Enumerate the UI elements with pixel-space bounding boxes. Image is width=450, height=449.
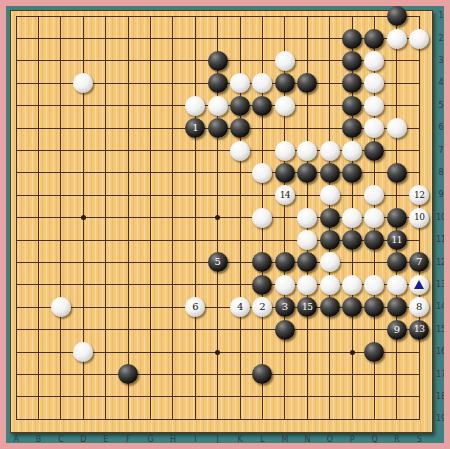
intersection-B4[interactable] — [27, 72, 49, 94]
intersection-D17[interactable] — [72, 363, 94, 385]
intersection-G2[interactable] — [139, 27, 161, 49]
intersection-I16[interactable] — [184, 341, 206, 363]
intersection-L4[interactable] — [251, 72, 273, 94]
intersection-E5[interactable] — [95, 95, 117, 117]
intersection-A9[interactable] — [5, 184, 27, 206]
intersection-B8[interactable] — [27, 162, 49, 184]
intersection-R2[interactable] — [386, 27, 408, 49]
intersection-C2[interactable] — [50, 27, 72, 49]
intersection-L1[interactable] — [251, 5, 273, 27]
intersection-S19[interactable] — [408, 408, 430, 430]
intersection-M2[interactable] — [274, 27, 296, 49]
intersection-O2[interactable] — [318, 27, 340, 49]
intersection-N12[interactable] — [296, 251, 318, 273]
intersection-G4[interactable] — [139, 72, 161, 94]
intersection-B1[interactable] — [27, 5, 49, 27]
intersection-R4[interactable] — [386, 72, 408, 94]
intersection-K5[interactable] — [229, 95, 251, 117]
intersection-O4[interactable] — [318, 72, 340, 94]
intersection-B5[interactable] — [27, 95, 49, 117]
intersection-A15[interactable] — [5, 318, 27, 340]
intersection-H10[interactable] — [162, 207, 184, 229]
intersection-S7[interactable] — [408, 139, 430, 161]
intersection-I15[interactable] — [184, 318, 206, 340]
intersection-K16[interactable] — [229, 341, 251, 363]
intersection-E1[interactable] — [95, 5, 117, 27]
intersection-R7[interactable] — [386, 139, 408, 161]
intersection-E13[interactable] — [95, 274, 117, 296]
intersection-J10[interactable] — [207, 207, 229, 229]
intersection-P9[interactable] — [341, 184, 363, 206]
intersection-A8[interactable] — [5, 162, 27, 184]
intersection-Q10[interactable] — [363, 207, 385, 229]
intersection-A13[interactable] — [5, 274, 27, 296]
intersection-G3[interactable] — [139, 50, 161, 72]
intersection-O11[interactable] — [318, 229, 340, 251]
intersection-D3[interactable] — [72, 50, 94, 72]
intersection-G9[interactable] — [139, 184, 161, 206]
intersection-P8[interactable] — [341, 162, 363, 184]
intersection-E17[interactable] — [95, 363, 117, 385]
intersection-K13[interactable] — [229, 274, 251, 296]
intersection-H11[interactable] — [162, 229, 184, 251]
intersection-D11[interactable] — [72, 229, 94, 251]
intersection-B14[interactable] — [27, 296, 49, 318]
intersection-N1[interactable] — [296, 5, 318, 27]
intersection-M5[interactable] — [274, 95, 296, 117]
intersection-G5[interactable] — [139, 95, 161, 117]
intersection-I17[interactable] — [184, 363, 206, 385]
intersection-P15[interactable] — [341, 318, 363, 340]
intersection-L5[interactable] — [251, 95, 273, 117]
intersection-B11[interactable] — [27, 229, 49, 251]
intersection-I14[interactable]: 6 — [184, 296, 206, 318]
intersection-P16[interactable] — [341, 341, 363, 363]
intersection-F13[interactable] — [117, 274, 139, 296]
intersection-K11[interactable] — [229, 229, 251, 251]
intersection-L17[interactable] — [251, 363, 273, 385]
intersection-J16[interactable] — [207, 341, 229, 363]
intersection-H13[interactable] — [162, 274, 184, 296]
intersection-O7[interactable] — [318, 139, 340, 161]
intersection-I6[interactable]: 1 — [184, 117, 206, 139]
intersection-I18[interactable] — [184, 386, 206, 408]
intersection-C3[interactable] — [50, 50, 72, 72]
intersection-Q1[interactable] — [363, 5, 385, 27]
intersection-I2[interactable] — [184, 27, 206, 49]
intersection-I5[interactable] — [184, 95, 206, 117]
intersection-I12[interactable] — [184, 251, 206, 273]
intersection-D10[interactable] — [72, 207, 94, 229]
intersection-O15[interactable] — [318, 318, 340, 340]
intersection-S1[interactable] — [408, 5, 430, 27]
intersection-R17[interactable] — [386, 363, 408, 385]
intersection-C17[interactable] — [50, 363, 72, 385]
intersection-M13[interactable] — [274, 274, 296, 296]
intersection-K15[interactable] — [229, 318, 251, 340]
intersection-D7[interactable] — [72, 139, 94, 161]
intersection-Q11[interactable] — [363, 229, 385, 251]
intersection-A7[interactable] — [5, 139, 27, 161]
intersection-J12[interactable]: 5 — [207, 251, 229, 273]
intersection-A17[interactable] — [5, 363, 27, 385]
intersection-K9[interactable] — [229, 184, 251, 206]
intersection-E14[interactable] — [95, 296, 117, 318]
intersection-Q18[interactable] — [363, 386, 385, 408]
intersection-L7[interactable] — [251, 139, 273, 161]
intersection-M16[interactable] — [274, 341, 296, 363]
intersection-F11[interactable] — [117, 229, 139, 251]
intersection-A5[interactable] — [5, 95, 27, 117]
intersection-L3[interactable] — [251, 50, 273, 72]
intersection-F1[interactable] — [117, 5, 139, 27]
intersection-A18[interactable] — [5, 386, 27, 408]
intersection-Q6[interactable] — [363, 117, 385, 139]
intersection-C11[interactable] — [50, 229, 72, 251]
intersection-I10[interactable] — [184, 207, 206, 229]
intersection-Q15[interactable] — [363, 318, 385, 340]
intersection-Q4[interactable] — [363, 72, 385, 94]
intersection-C8[interactable] — [50, 162, 72, 184]
intersection-J6[interactable] — [207, 117, 229, 139]
intersection-H1[interactable] — [162, 5, 184, 27]
intersection-G1[interactable] — [139, 5, 161, 27]
intersection-B3[interactable] — [27, 50, 49, 72]
intersection-D14[interactable] — [72, 296, 94, 318]
intersection-A12[interactable] — [5, 251, 27, 273]
intersection-K7[interactable] — [229, 139, 251, 161]
intersection-G14[interactable] — [139, 296, 161, 318]
intersection-I9[interactable] — [184, 184, 206, 206]
intersection-B16[interactable] — [27, 341, 49, 363]
intersection-L10[interactable] — [251, 207, 273, 229]
intersection-F8[interactable] — [117, 162, 139, 184]
intersection-M7[interactable] — [274, 139, 296, 161]
intersection-D9[interactable] — [72, 184, 94, 206]
intersection-O19[interactable] — [318, 408, 340, 430]
intersection-E3[interactable] — [95, 50, 117, 72]
intersection-R10[interactable] — [386, 207, 408, 229]
intersection-C9[interactable] — [50, 184, 72, 206]
intersection-S4[interactable] — [408, 72, 430, 94]
intersection-N2[interactable] — [296, 27, 318, 49]
intersection-P14[interactable] — [341, 296, 363, 318]
intersection-N14[interactable]: 15 — [296, 296, 318, 318]
intersection-B13[interactable] — [27, 274, 49, 296]
intersection-F15[interactable] — [117, 318, 139, 340]
intersection-J11[interactable] — [207, 229, 229, 251]
intersection-M17[interactable] — [274, 363, 296, 385]
intersection-J17[interactable] — [207, 363, 229, 385]
intersection-Q5[interactable] — [363, 95, 385, 117]
intersection-N7[interactable] — [296, 139, 318, 161]
intersection-O18[interactable] — [318, 386, 340, 408]
intersection-H7[interactable] — [162, 139, 184, 161]
intersection-G8[interactable] — [139, 162, 161, 184]
intersection-Q17[interactable] — [363, 363, 385, 385]
intersection-F19[interactable] — [117, 408, 139, 430]
intersection-L14[interactable]: 2 — [251, 296, 273, 318]
intersection-A2[interactable] — [5, 27, 27, 49]
intersection-R3[interactable] — [386, 50, 408, 72]
intersection-G12[interactable] — [139, 251, 161, 273]
intersection-M8[interactable] — [274, 162, 296, 184]
intersection-E9[interactable] — [95, 184, 117, 206]
intersection-L16[interactable] — [251, 341, 273, 363]
intersection-J9[interactable] — [207, 184, 229, 206]
intersection-Q19[interactable] — [363, 408, 385, 430]
intersection-P10[interactable] — [341, 207, 363, 229]
intersection-H19[interactable] — [162, 408, 184, 430]
intersection-A14[interactable] — [5, 296, 27, 318]
intersection-P17[interactable] — [341, 363, 363, 385]
intersection-K2[interactable] — [229, 27, 251, 49]
intersection-Q7[interactable] — [363, 139, 385, 161]
intersection-H5[interactable] — [162, 95, 184, 117]
intersection-L12[interactable] — [251, 251, 273, 273]
intersection-S8[interactable] — [408, 162, 430, 184]
intersection-J19[interactable] — [207, 408, 229, 430]
intersection-I13[interactable] — [184, 274, 206, 296]
intersection-L8[interactable] — [251, 162, 273, 184]
intersection-E16[interactable] — [95, 341, 117, 363]
intersection-A4[interactable] — [5, 72, 27, 94]
intersection-H2[interactable] — [162, 27, 184, 49]
intersection-S12[interactable]: 7 — [408, 251, 430, 273]
intersection-F4[interactable] — [117, 72, 139, 94]
intersection-R19[interactable] — [386, 408, 408, 430]
intersection-Q14[interactable] — [363, 296, 385, 318]
intersection-N11[interactable] — [296, 229, 318, 251]
intersection-K12[interactable] — [229, 251, 251, 273]
intersection-Q16[interactable] — [363, 341, 385, 363]
intersection-N15[interactable] — [296, 318, 318, 340]
intersection-Q13[interactable] — [363, 274, 385, 296]
intersection-I11[interactable] — [184, 229, 206, 251]
intersection-S14[interactable]: 8 — [408, 296, 430, 318]
intersection-N5[interactable] — [296, 95, 318, 117]
intersection-L18[interactable] — [251, 386, 273, 408]
intersection-P1[interactable] — [341, 5, 363, 27]
intersection-E7[interactable] — [95, 139, 117, 161]
intersection-N4[interactable] — [296, 72, 318, 94]
intersection-H6[interactable] — [162, 117, 184, 139]
intersection-O12[interactable] — [318, 251, 340, 273]
intersection-K1[interactable] — [229, 5, 251, 27]
intersection-D5[interactable] — [72, 95, 94, 117]
intersection-C10[interactable] — [50, 207, 72, 229]
intersection-O10[interactable] — [318, 207, 340, 229]
intersection-I3[interactable] — [184, 50, 206, 72]
intersection-P4[interactable] — [341, 72, 363, 94]
intersection-D13[interactable] — [72, 274, 94, 296]
intersection-R13[interactable] — [386, 274, 408, 296]
intersection-D18[interactable] — [72, 386, 94, 408]
intersection-D4[interactable] — [72, 72, 94, 94]
intersection-R16[interactable] — [386, 341, 408, 363]
intersection-K6[interactable] — [229, 117, 251, 139]
intersection-E6[interactable] — [95, 117, 117, 139]
intersection-P19[interactable] — [341, 408, 363, 430]
intersection-M19[interactable] — [274, 408, 296, 430]
intersection-B12[interactable] — [27, 251, 49, 273]
intersection-G11[interactable] — [139, 229, 161, 251]
intersection-S13[interactable] — [408, 274, 430, 296]
intersection-Q8[interactable] — [363, 162, 385, 184]
intersection-I8[interactable] — [184, 162, 206, 184]
intersection-C18[interactable] — [50, 386, 72, 408]
intersection-L2[interactable] — [251, 27, 273, 49]
intersection-G16[interactable] — [139, 341, 161, 363]
intersection-B2[interactable] — [27, 27, 49, 49]
intersection-F16[interactable] — [117, 341, 139, 363]
intersection-H17[interactable] — [162, 363, 184, 385]
intersection-L15[interactable] — [251, 318, 273, 340]
intersection-E2[interactable] — [95, 27, 117, 49]
intersection-D12[interactable] — [72, 251, 94, 273]
intersection-S2[interactable] — [408, 27, 430, 49]
intersection-Q3[interactable] — [363, 50, 385, 72]
intersection-P6[interactable] — [341, 117, 363, 139]
intersection-R18[interactable] — [386, 386, 408, 408]
intersection-N18[interactable] — [296, 386, 318, 408]
intersection-P13[interactable] — [341, 274, 363, 296]
intersection-E12[interactable] — [95, 251, 117, 273]
intersection-H9[interactable] — [162, 184, 184, 206]
intersection-C6[interactable] — [50, 117, 72, 139]
intersection-K10[interactable] — [229, 207, 251, 229]
intersection-E8[interactable] — [95, 162, 117, 184]
intersection-R11[interactable]: 11 — [386, 229, 408, 251]
intersection-J18[interactable] — [207, 386, 229, 408]
intersection-L9[interactable] — [251, 184, 273, 206]
intersection-R15[interactable]: 9 — [386, 318, 408, 340]
intersection-J13[interactable] — [207, 274, 229, 296]
intersection-L13[interactable] — [251, 274, 273, 296]
intersection-S6[interactable] — [408, 117, 430, 139]
intersection-R12[interactable] — [386, 251, 408, 273]
intersection-R5[interactable] — [386, 95, 408, 117]
intersection-K8[interactable] — [229, 162, 251, 184]
intersection-B18[interactable] — [27, 386, 49, 408]
intersection-M10[interactable] — [274, 207, 296, 229]
intersection-J14[interactable] — [207, 296, 229, 318]
intersection-F6[interactable] — [117, 117, 139, 139]
intersection-N9[interactable] — [296, 184, 318, 206]
intersection-Q2[interactable] — [363, 27, 385, 49]
intersection-N8[interactable] — [296, 162, 318, 184]
intersection-O9[interactable] — [318, 184, 340, 206]
intersection-N13[interactable] — [296, 274, 318, 296]
intersection-C14[interactable] — [50, 296, 72, 318]
intersection-A19[interactable] — [5, 408, 27, 430]
intersection-A16[interactable] — [5, 341, 27, 363]
intersection-M6[interactable] — [274, 117, 296, 139]
intersection-J1[interactable] — [207, 5, 229, 27]
intersection-N17[interactable] — [296, 363, 318, 385]
intersection-H18[interactable] — [162, 386, 184, 408]
intersection-D8[interactable] — [72, 162, 94, 184]
intersection-I7[interactable] — [184, 139, 206, 161]
intersection-H14[interactable] — [162, 296, 184, 318]
intersection-O3[interactable] — [318, 50, 340, 72]
intersection-C16[interactable] — [50, 341, 72, 363]
intersection-S9[interactable]: 12 — [408, 184, 430, 206]
intersection-F5[interactable] — [117, 95, 139, 117]
intersection-E4[interactable] — [95, 72, 117, 94]
intersection-F10[interactable] — [117, 207, 139, 229]
intersection-J4[interactable] — [207, 72, 229, 94]
intersection-O14[interactable] — [318, 296, 340, 318]
intersection-I1[interactable] — [184, 5, 206, 27]
intersection-M4[interactable] — [274, 72, 296, 94]
intersection-G15[interactable] — [139, 318, 161, 340]
intersection-H3[interactable] — [162, 50, 184, 72]
intersection-M18[interactable] — [274, 386, 296, 408]
intersection-P2[interactable] — [341, 27, 363, 49]
intersection-H16[interactable] — [162, 341, 184, 363]
intersection-H8[interactable] — [162, 162, 184, 184]
intersection-D16[interactable] — [72, 341, 94, 363]
intersection-R9[interactable] — [386, 184, 408, 206]
intersection-M15[interactable] — [274, 318, 296, 340]
intersection-F17[interactable] — [117, 363, 139, 385]
intersection-P3[interactable] — [341, 50, 363, 72]
intersection-G7[interactable] — [139, 139, 161, 161]
intersection-B17[interactable] — [27, 363, 49, 385]
intersection-C19[interactable] — [50, 408, 72, 430]
intersection-I19[interactable] — [184, 408, 206, 430]
intersection-B6[interactable] — [27, 117, 49, 139]
intersection-C12[interactable] — [50, 251, 72, 273]
intersection-A10[interactable] — [5, 207, 27, 229]
intersection-A3[interactable] — [5, 50, 27, 72]
intersection-O13[interactable] — [318, 274, 340, 296]
intersection-L19[interactable] — [251, 408, 273, 430]
intersection-P7[interactable] — [341, 139, 363, 161]
intersection-R8[interactable] — [386, 162, 408, 184]
intersection-K17[interactable] — [229, 363, 251, 385]
intersection-E11[interactable] — [95, 229, 117, 251]
intersection-N6[interactable] — [296, 117, 318, 139]
intersection-S16[interactable] — [408, 341, 430, 363]
intersection-F12[interactable] — [117, 251, 139, 273]
intersection-K3[interactable] — [229, 50, 251, 72]
intersection-P5[interactable] — [341, 95, 363, 117]
intersection-C5[interactable] — [50, 95, 72, 117]
intersection-N19[interactable] — [296, 408, 318, 430]
intersection-D1[interactable] — [72, 5, 94, 27]
intersection-C4[interactable] — [50, 72, 72, 94]
intersection-G19[interactable] — [139, 408, 161, 430]
intersection-L11[interactable] — [251, 229, 273, 251]
intersection-B9[interactable] — [27, 184, 49, 206]
intersection-M1[interactable] — [274, 5, 296, 27]
intersection-S17[interactable] — [408, 363, 430, 385]
intersection-A6[interactable] — [5, 117, 27, 139]
intersection-O8[interactable] — [318, 162, 340, 184]
intersection-Q12[interactable] — [363, 251, 385, 273]
intersection-D2[interactable] — [72, 27, 94, 49]
intersection-O16[interactable] — [318, 341, 340, 363]
intersection-I4[interactable] — [184, 72, 206, 94]
intersection-M14[interactable]: 3 — [274, 296, 296, 318]
intersection-E18[interactable] — [95, 386, 117, 408]
intersection-M12[interactable] — [274, 251, 296, 273]
intersection-G18[interactable] — [139, 386, 161, 408]
intersection-B15[interactable] — [27, 318, 49, 340]
intersection-H15[interactable] — [162, 318, 184, 340]
